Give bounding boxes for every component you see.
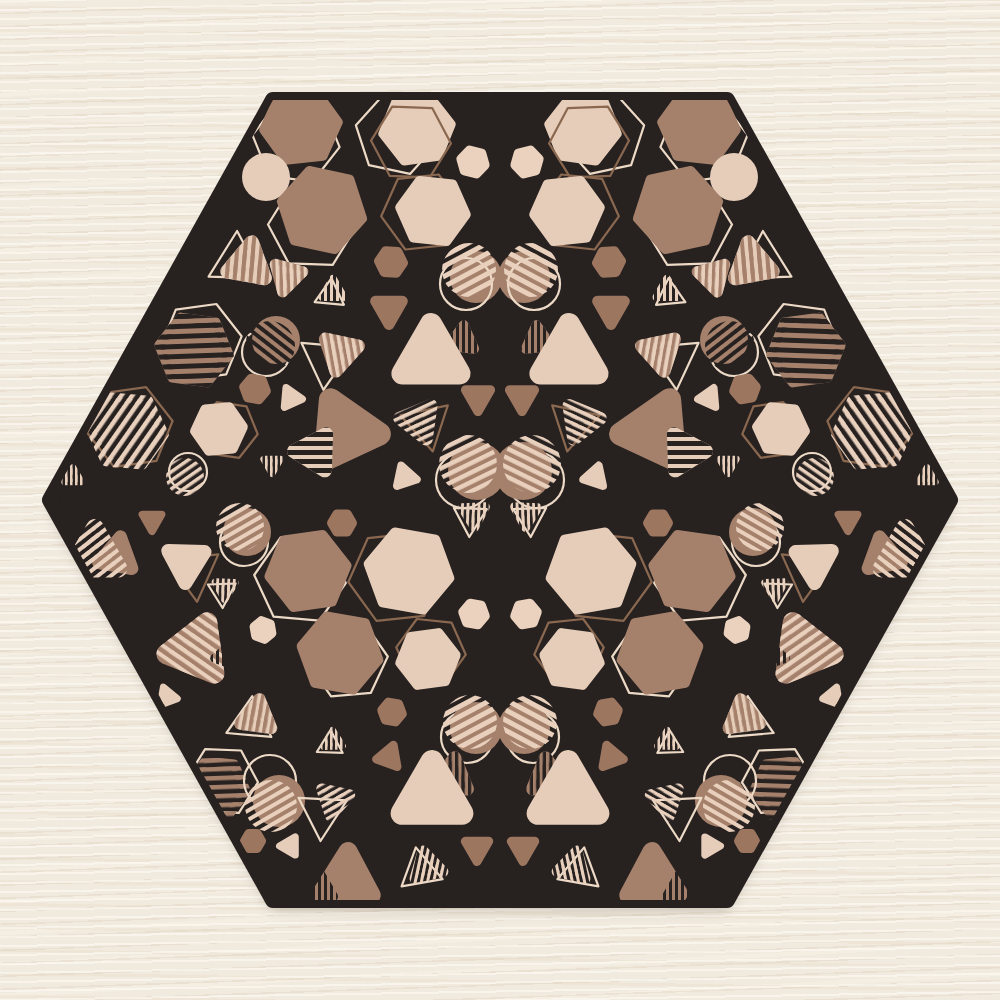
circle-striped-shape <box>166 458 204 496</box>
hex-shape <box>461 150 485 174</box>
circle-striped-shape <box>439 435 497 493</box>
hex-shape <box>621 616 699 690</box>
hex-striped-shape <box>771 317 841 383</box>
hex-shape <box>728 621 746 640</box>
circle-striped-shape <box>503 435 561 493</box>
hex-shape <box>734 378 757 400</box>
tri-striped-shape <box>103 310 117 323</box>
hex-shape <box>598 702 619 722</box>
hex-shape <box>637 171 718 250</box>
hex-shape <box>379 251 404 273</box>
hex-shape <box>244 378 267 400</box>
circle-striped-shape <box>796 458 834 496</box>
tri-striped-shape <box>883 310 897 323</box>
hex-shape <box>515 150 539 174</box>
hex-shape <box>550 532 632 610</box>
coaster-face <box>50 100 950 900</box>
circle-striped-shape <box>703 780 755 832</box>
hex-shape <box>382 702 403 722</box>
hex-shape <box>544 633 600 686</box>
hex-shape <box>648 514 669 532</box>
hex-shape <box>264 92 339 161</box>
circle-striped-shape <box>245 780 297 832</box>
circle-striped-shape <box>503 695 557 749</box>
hex-shape <box>332 514 353 532</box>
hex-striped-shape <box>159 317 229 383</box>
circle-striped-shape <box>504 243 558 297</box>
hex-shape <box>515 603 538 625</box>
circle-striped-shape <box>736 503 784 551</box>
hex-shape <box>368 532 450 610</box>
hex-shape <box>662 92 737 161</box>
hex-shape <box>269 534 347 607</box>
tabletop-surface <box>0 0 1000 1000</box>
hex-shape <box>463 603 486 625</box>
hex-shape <box>653 534 731 607</box>
hex-shape <box>597 251 622 273</box>
circle-striped-shape <box>705 321 755 371</box>
hex-shape <box>400 180 467 241</box>
hex-shape <box>195 407 244 451</box>
circle-striped-shape <box>442 243 496 297</box>
hex-shape <box>245 834 262 849</box>
hex-shape <box>301 616 379 690</box>
hex-shape <box>254 621 272 640</box>
hex-shape <box>739 834 756 849</box>
circle-striped-shape <box>443 695 497 749</box>
circle-striped-shape <box>245 321 295 371</box>
coaster-svg <box>0 0 1000 1000</box>
hex-shape <box>534 180 601 241</box>
hex-shape <box>757 407 806 451</box>
hex-shape <box>281 171 362 250</box>
circle-striped-shape <box>216 503 264 551</box>
hex-shape <box>400 633 456 686</box>
